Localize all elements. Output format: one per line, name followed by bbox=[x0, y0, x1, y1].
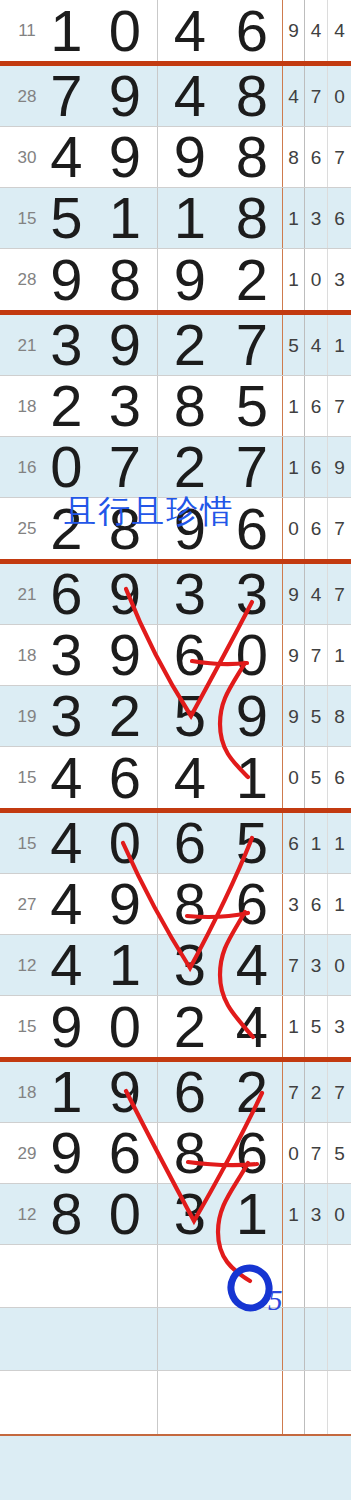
digit-cell: 9 bbox=[93, 1062, 157, 1122]
tail-cell: 5 bbox=[304, 686, 327, 746]
period-cell: 15 bbox=[0, 813, 40, 873]
period-cell: 15 bbox=[0, 747, 40, 808]
tail-cell: 6 bbox=[282, 813, 304, 873]
period-cell: 12 bbox=[0, 935, 40, 995]
tail-cell: 7 bbox=[327, 564, 351, 624]
chart-row: 18 1 9 6 2 7 2 7 bbox=[0, 1062, 351, 1123]
chart-row: 15 5 1 1 8 1 3 6 bbox=[0, 188, 351, 249]
tail-cell: 0 bbox=[327, 1184, 351, 1244]
period-cell: 27 bbox=[0, 874, 40, 934]
digit-cell: 1 bbox=[93, 935, 157, 995]
digit-cell: 2 bbox=[222, 1062, 282, 1122]
digit-cell: 9 bbox=[93, 625, 157, 685]
digit-cell bbox=[93, 1308, 157, 1370]
chart-row: 16 0 7 2 7 1 6 9 bbox=[0, 437, 351, 498]
digit-cell: 8 bbox=[222, 127, 282, 187]
period-cell: 29 bbox=[0, 1123, 40, 1183]
digit-cell: 9 bbox=[93, 564, 157, 624]
digit-cell: 4 bbox=[157, 66, 222, 126]
tail-cell: 0 bbox=[282, 747, 304, 808]
tail-cell: 3 bbox=[304, 935, 327, 995]
tail-cell: 1 bbox=[282, 249, 304, 310]
digit-cell: 9 bbox=[222, 686, 282, 746]
digit-cell bbox=[157, 1371, 222, 1434]
digit-cell: 8 bbox=[157, 874, 222, 934]
chart-row: 11 1 0 4 6 9 4 4 bbox=[0, 0, 351, 61]
tail-cell: 1 bbox=[327, 813, 351, 873]
digit-cell: 4 bbox=[222, 935, 282, 995]
tail-cell: 6 bbox=[304, 127, 327, 187]
tail-cell: 1 bbox=[327, 315, 351, 375]
tail-cell bbox=[282, 1245, 304, 1307]
period-cell: 18 bbox=[0, 1062, 40, 1122]
digit-cell: 2 bbox=[157, 315, 222, 375]
digit-cell: 9 bbox=[157, 127, 222, 187]
tail-cell: 6 bbox=[304, 498, 327, 559]
digit-cell: 4 bbox=[40, 935, 93, 995]
digit-cell: 4 bbox=[40, 874, 93, 934]
tail-cell bbox=[304, 1245, 327, 1307]
digit-cell: 7 bbox=[222, 315, 282, 375]
period-cell: 15 bbox=[0, 996, 40, 1057]
circle-subscript: 5 bbox=[268, 1284, 283, 1317]
digit-cell: 6 bbox=[93, 1123, 157, 1183]
chart-row: 19 3 2 5 9 9 5 8 bbox=[0, 686, 351, 747]
tail-cell: 7 bbox=[282, 935, 304, 995]
digit-cell: 1 bbox=[40, 0, 93, 61]
tail-cell: 1 bbox=[327, 874, 351, 934]
digit-cell: 7 bbox=[222, 437, 282, 497]
chart-row: 18 2 3 8 5 1 6 7 bbox=[0, 376, 351, 437]
digit-cell: 6 bbox=[222, 1123, 282, 1183]
digit-cell: 5 bbox=[157, 686, 222, 746]
period-cell: 28 bbox=[0, 249, 40, 310]
digit-cell: 1 bbox=[93, 188, 157, 248]
period-cell bbox=[0, 1245, 40, 1307]
digit-cell: 1 bbox=[222, 747, 282, 808]
chart-row: 15 4 0 6 5 6 1 1 bbox=[0, 813, 351, 874]
digit-cell bbox=[93, 1371, 157, 1434]
tail-cell: 1 bbox=[282, 1184, 304, 1244]
digit-cell: 2 bbox=[40, 376, 93, 436]
digit-cell: 8 bbox=[40, 1184, 93, 1244]
digit-cell: 4 bbox=[157, 0, 222, 61]
digit-cell: 3 bbox=[93, 376, 157, 436]
tail-cell: 7 bbox=[327, 1062, 351, 1122]
tail-cell: 6 bbox=[327, 747, 351, 808]
tail-cell bbox=[304, 1371, 327, 1434]
digit-cell: 8 bbox=[222, 188, 282, 248]
digit-cell: 3 bbox=[40, 625, 93, 685]
tail-cell bbox=[304, 1308, 327, 1370]
tail-cell: 6 bbox=[304, 437, 327, 497]
digit-cell: 0 bbox=[93, 996, 157, 1057]
digit-cell: 0 bbox=[93, 813, 157, 873]
digit-cell: 4 bbox=[157, 747, 222, 808]
digit-cell: 9 bbox=[40, 249, 93, 310]
tail-cell: 7 bbox=[327, 127, 351, 187]
chart-row: 18 3 9 6 0 9 7 1 bbox=[0, 625, 351, 686]
tail-cell bbox=[327, 1245, 351, 1307]
tail-cell: 8 bbox=[282, 127, 304, 187]
digit-cell: 3 bbox=[157, 564, 222, 624]
period-cell: 21 bbox=[0, 564, 40, 624]
tail-cell: 6 bbox=[304, 376, 327, 436]
tail-cell: 0 bbox=[282, 1123, 304, 1183]
digit-cell: 8 bbox=[157, 1123, 222, 1183]
digit-cell: 0 bbox=[93, 1184, 157, 1244]
chart-row bbox=[0, 1245, 351, 1308]
digit-cell: 1 bbox=[222, 1184, 282, 1244]
tail-cell: 0 bbox=[327, 66, 351, 126]
tail-cell: 8 bbox=[327, 686, 351, 746]
tail-cell: 1 bbox=[282, 437, 304, 497]
digit-cell: 2 bbox=[93, 686, 157, 746]
period-cell: 28 bbox=[0, 66, 40, 126]
digit-cell: 9 bbox=[93, 874, 157, 934]
chart-row bbox=[0, 1371, 351, 1434]
tail-cell: 3 bbox=[304, 188, 327, 248]
chart-row: 30 4 9 9 8 8 6 7 bbox=[0, 127, 351, 188]
tail-cell: 0 bbox=[304, 249, 327, 310]
tail-cell: 9 bbox=[282, 625, 304, 685]
digit-cell: 8 bbox=[93, 249, 157, 310]
chart-row: 21 6 9 3 3 9 4 7 bbox=[0, 564, 351, 625]
tail-cell bbox=[282, 1371, 304, 1434]
tail-cell: 7 bbox=[327, 376, 351, 436]
tail-cell: 3 bbox=[282, 874, 304, 934]
chart-row: 28 9 8 9 2 1 0 3 bbox=[0, 249, 351, 310]
chart-row: 15 9 0 2 4 1 5 3 bbox=[0, 996, 351, 1057]
digit-cell: 4 bbox=[40, 127, 93, 187]
digit-cell: 5 bbox=[222, 813, 282, 873]
tail-cell: 1 bbox=[282, 376, 304, 436]
chart-row: 29 9 6 8 6 0 7 5 bbox=[0, 1123, 351, 1184]
digit-cell: 6 bbox=[40, 564, 93, 624]
digit-cell: 9 bbox=[157, 249, 222, 310]
tail-cell: 7 bbox=[304, 66, 327, 126]
period-cell: 30 bbox=[0, 127, 40, 187]
tail-cell bbox=[282, 1308, 304, 1370]
tail-cell: 9 bbox=[282, 0, 304, 61]
tail-cell: 5 bbox=[304, 996, 327, 1057]
tail-cell: 7 bbox=[282, 1062, 304, 1122]
digit-cell: 6 bbox=[222, 874, 282, 934]
tail-cell bbox=[327, 1308, 351, 1370]
tail-cell: 6 bbox=[304, 874, 327, 934]
tail-cell: 4 bbox=[304, 315, 327, 375]
watermark-text: 且行且珍惜 bbox=[64, 490, 234, 534]
digit-cell: 6 bbox=[157, 813, 222, 873]
tail-cell: 7 bbox=[304, 625, 327, 685]
tail-cell: 5 bbox=[282, 315, 304, 375]
period-cell: 15 bbox=[0, 188, 40, 248]
digit-cell bbox=[40, 1371, 93, 1434]
period-cell bbox=[0, 1371, 40, 1434]
digit-cell: 3 bbox=[40, 686, 93, 746]
tail-cell: 9 bbox=[327, 437, 351, 497]
period-cell bbox=[0, 1308, 40, 1370]
period-cell: 16 bbox=[0, 437, 40, 497]
period-cell: 25 bbox=[0, 498, 40, 559]
digit-cell: 8 bbox=[222, 66, 282, 126]
digit-cell: 9 bbox=[93, 66, 157, 126]
tail-cell: 4 bbox=[327, 0, 351, 61]
period-cell: 18 bbox=[0, 625, 40, 685]
tail-cell bbox=[327, 1371, 351, 1434]
digit-cell: 0 bbox=[222, 625, 282, 685]
digit-cell: 2 bbox=[157, 996, 222, 1057]
digit-cell bbox=[40, 1308, 93, 1370]
tail-cell: 1 bbox=[327, 625, 351, 685]
digit-cell: 3 bbox=[222, 564, 282, 624]
tail-cell: 2 bbox=[304, 1062, 327, 1122]
digit-cell bbox=[40, 1245, 93, 1307]
chart-row: 28 7 9 4 8 4 7 0 bbox=[0, 66, 351, 127]
lottery-trend-chart: 11 1 0 4 6 9 4 4 28 7 9 4 8 4 7 0 30 4 9… bbox=[0, 0, 351, 1500]
digit-cell bbox=[157, 1308, 222, 1370]
digit-cell: 9 bbox=[93, 127, 157, 187]
digit-cell: 4 bbox=[222, 996, 282, 1057]
digit-cell: 2 bbox=[222, 249, 282, 310]
tail-cell: 7 bbox=[304, 1123, 327, 1183]
digit-cell: 9 bbox=[40, 1123, 93, 1183]
tail-cell: 9 bbox=[282, 686, 304, 746]
digit-cell: 6 bbox=[157, 625, 222, 685]
chart-row: 27 4 9 8 6 3 6 1 bbox=[0, 874, 351, 935]
digit-cell: 2 bbox=[157, 437, 222, 497]
chart-row: 21 3 9 2 7 5 4 1 bbox=[0, 315, 351, 376]
tail-cell: 0 bbox=[327, 935, 351, 995]
tail-cell: 7 bbox=[327, 498, 351, 559]
digit-cell: 3 bbox=[157, 935, 222, 995]
tail-cell: 1 bbox=[282, 996, 304, 1057]
tail-cell: 4 bbox=[304, 0, 327, 61]
bottom-band bbox=[0, 1436, 351, 1500]
digit-cell: 1 bbox=[157, 188, 222, 248]
tail-cell: 3 bbox=[327, 996, 351, 1057]
tail-cell: 3 bbox=[304, 1184, 327, 1244]
tail-cell: 3 bbox=[327, 249, 351, 310]
digit-cell: 7 bbox=[40, 66, 93, 126]
digit-cell bbox=[157, 1245, 222, 1307]
tail-cell: 1 bbox=[304, 813, 327, 873]
digit-cell: 9 bbox=[93, 315, 157, 375]
digit-cell: 6 bbox=[93, 747, 157, 808]
period-cell: 19 bbox=[0, 686, 40, 746]
chart-row bbox=[0, 1308, 351, 1371]
tail-cell: 9 bbox=[282, 564, 304, 624]
digit-cell: 1 bbox=[40, 1062, 93, 1122]
period-cell: 12 bbox=[0, 1184, 40, 1244]
digit-cell: 4 bbox=[40, 747, 93, 808]
digit-cell: 8 bbox=[157, 376, 222, 436]
period-cell: 11 bbox=[0, 0, 40, 61]
tail-cell: 4 bbox=[304, 564, 327, 624]
digit-cell: 6 bbox=[222, 0, 282, 61]
trend-chart-body: 11 1 0 4 6 9 4 4 28 7 9 4 8 4 7 0 30 4 9… bbox=[0, 0, 351, 1436]
digit-cell bbox=[222, 1371, 282, 1434]
tail-cell: 4 bbox=[282, 66, 304, 126]
period-cell: 18 bbox=[0, 376, 40, 436]
digit-cell: 5 bbox=[40, 188, 93, 248]
tail-cell: 5 bbox=[304, 747, 327, 808]
digit-cell: 9 bbox=[40, 996, 93, 1057]
digit-cell: 0 bbox=[93, 0, 157, 61]
digit-cell: 7 bbox=[93, 437, 157, 497]
digit-cell bbox=[93, 1245, 157, 1307]
tail-cell: 0 bbox=[282, 498, 304, 559]
digit-cell: 0 bbox=[40, 437, 93, 497]
period-cell: 21 bbox=[0, 315, 40, 375]
digit-cell: 5 bbox=[222, 376, 282, 436]
chart-row: 15 4 6 4 1 0 5 6 bbox=[0, 747, 351, 808]
digit-cell: 3 bbox=[40, 315, 93, 375]
chart-row: 12 4 1 3 4 7 3 0 bbox=[0, 935, 351, 996]
digit-cell: 6 bbox=[157, 1062, 222, 1122]
tail-cell: 1 bbox=[282, 188, 304, 248]
digit-cell bbox=[222, 1308, 282, 1370]
tail-cell: 6 bbox=[327, 188, 351, 248]
digit-cell: 3 bbox=[157, 1184, 222, 1244]
tail-cell: 5 bbox=[327, 1123, 351, 1183]
chart-row: 12 8 0 3 1 1 3 0 bbox=[0, 1184, 351, 1245]
digit-cell: 4 bbox=[40, 813, 93, 873]
